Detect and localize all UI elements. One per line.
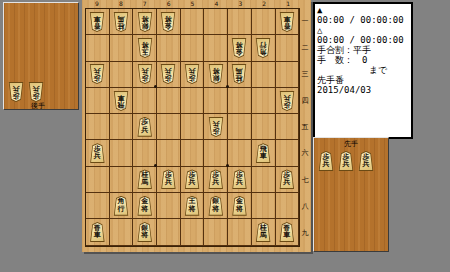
board-cell[interactable]	[86, 114, 110, 140]
piece-gote-pawn[interactable]: 歩 兵	[160, 64, 176, 84]
piece-sente-pawn[interactable]: 歩 兵	[318, 151, 334, 171]
piece-sente-pawn[interactable]: 歩 兵	[338, 151, 354, 171]
piece-sente-pawn[interactable]: 歩 兵	[89, 143, 105, 163]
piece-glyph: 金 将	[141, 198, 148, 213]
board-cell[interactable]	[110, 35, 134, 61]
board-cell[interactable]	[86, 88, 110, 114]
file-label: 5	[181, 0, 205, 8]
sente-hand-pieces: 歩 兵歩 兵歩 兵	[318, 151, 374, 171]
piece-glyph: 桂 馬	[260, 225, 267, 240]
piece-glyph: 歩 兵	[236, 172, 243, 187]
board-cell[interactable]	[157, 88, 181, 114]
sente-clock: 00:00 / 00:00:00	[317, 15, 409, 25]
file-label: 4	[204, 0, 228, 8]
piece-sente-pawn[interactable]: 歩 兵	[208, 169, 224, 189]
board-cell[interactable]	[157, 140, 181, 166]
piece-sente-pawn[interactable]: 歩 兵	[279, 169, 295, 189]
board-cell[interactable]	[157, 35, 181, 61]
board-cell[interactable]: 香 車	[86, 219, 110, 245]
piece-sente-pawn[interactable]: 歩 兵	[137, 117, 153, 137]
hoshi-dot	[154, 164, 157, 167]
board-cell[interactable]	[181, 114, 205, 140]
board-cell[interactable]	[181, 219, 205, 245]
board-cell[interactable]	[228, 114, 252, 140]
piece-gote-pawn[interactable]: 歩 兵	[28, 82, 44, 102]
board-cell[interactable]	[86, 35, 110, 61]
piece-glyph: 銀 将	[212, 198, 219, 213]
gote-hand-tray: 歩 兵歩 兵 後手	[3, 2, 79, 110]
piece-glyph: 歩 兵	[343, 154, 350, 169]
board-cell[interactable]: 桂 馬	[252, 219, 276, 245]
board-cell[interactable]	[276, 140, 300, 166]
file-labels: 987654321	[85, 0, 300, 8]
gote-clock: 00:00 / 00:00:00	[317, 35, 409, 45]
board-cell[interactable]	[276, 62, 300, 88]
board-cell[interactable]	[228, 9, 252, 35]
piece-glyph: 香 車	[94, 225, 101, 240]
piece-glyph: 歩 兵	[283, 93, 290, 108]
board-cell[interactable]: 歩 兵	[157, 167, 181, 193]
board-cell[interactable]: 歩 兵	[204, 167, 228, 193]
board-cell[interactable]: 香 車	[276, 219, 300, 245]
file-label: 8	[109, 0, 133, 8]
board-cell[interactable]: 王 将	[181, 193, 205, 219]
piece-gote-lance[interactable]: 香 車	[279, 12, 295, 32]
rank-label: 八	[299, 193, 311, 219]
piece-glyph: 香 車	[283, 225, 290, 240]
piece-gote-pawn[interactable]: 歩 兵	[137, 64, 153, 84]
board-cell[interactable]	[110, 167, 134, 193]
board-cell[interactable]: 歩 兵	[133, 62, 157, 88]
board-cell[interactable]: 歩 兵	[276, 88, 300, 114]
turn-indicator-line: 先手番	[317, 75, 409, 85]
piece-sente-gold[interactable]: 金 将	[231, 196, 247, 216]
board-cell[interactable]: 香 車	[86, 9, 110, 35]
board-cell[interactable]	[181, 9, 205, 35]
made-line: まで	[317, 65, 409, 75]
board-cell[interactable]: 歩 兵	[181, 62, 205, 88]
board-cell[interactable]: 歩 兵	[86, 62, 110, 88]
board-cell[interactable]: 飛 車	[110, 88, 134, 114]
piece-gote-bishop[interactable]: 角 行	[255, 38, 271, 58]
board-cell[interactable]	[110, 219, 134, 245]
hoshi-dot	[226, 164, 229, 167]
board-cell[interactable]	[181, 140, 205, 166]
board-cell[interactable]: 桂 馬	[133, 167, 157, 193]
board-cell[interactable]	[252, 167, 276, 193]
board-cell[interactable]: 金 将	[228, 193, 252, 219]
hoshi-dot	[226, 85, 229, 88]
piece-gote-pawn[interactable]: 歩 兵	[8, 82, 24, 102]
board-cell[interactable]: 角 行	[110, 193, 134, 219]
piece-sente-rook[interactable]: 飛 車	[255, 143, 271, 163]
board-cell[interactable]	[110, 114, 134, 140]
board-cell[interactable]: 歩 兵	[157, 62, 181, 88]
file-label: 2	[252, 0, 276, 8]
piece-glyph: 歩 兵	[165, 172, 172, 187]
rank-label: 三	[299, 61, 311, 87]
board-cell[interactable]	[252, 114, 276, 140]
piece-glyph: 歩 兵	[141, 67, 148, 82]
board-cell[interactable]: 歩 兵	[86, 140, 110, 166]
board-cell[interactable]: 飛 車	[252, 140, 276, 166]
board-cell[interactable]	[228, 140, 252, 166]
piece-sente-pawn[interactable]: 歩 兵	[358, 151, 374, 171]
piece-glyph: 銀 将	[141, 14, 148, 29]
board-cell[interactable]: 歩 兵	[276, 167, 300, 193]
sente-hand-tray: 先手 歩 兵歩 兵歩 兵	[313, 137, 389, 252]
piece-gote-silver[interactable]: 銀 将	[208, 64, 224, 84]
move-count-line: 手 数： 0	[317, 55, 409, 65]
rank-label: 七	[299, 167, 311, 193]
piece-glyph: 銀 将	[212, 67, 219, 82]
piece-glyph: 歩 兵	[212, 172, 219, 187]
board-cell[interactable]	[133, 140, 157, 166]
rank-label: 九	[299, 220, 311, 246]
piece-sente-king[interactable]: 王 将	[184, 196, 200, 216]
piece-sente-knight[interactable]: 桂 馬	[255, 222, 271, 242]
piece-glyph: 飛 車	[118, 93, 125, 108]
piece-glyph: 銀 将	[141, 225, 148, 240]
piece-sente-lance[interactable]: 香 車	[89, 222, 105, 242]
piece-gote-silver[interactable]: 銀 将	[137, 12, 153, 32]
board-cell[interactable]	[204, 35, 228, 61]
hoshi-dot	[154, 85, 157, 88]
piece-glyph: 歩 兵	[189, 67, 196, 82]
piece-gote-lance[interactable]: 香 車	[89, 12, 105, 32]
board-cell[interactable]	[110, 140, 134, 166]
piece-glyph: 玉 将	[141, 40, 148, 55]
piece-glyph: 桂 馬	[141, 172, 148, 187]
board-cell[interactable]	[86, 167, 110, 193]
piece-glyph: 歩 兵	[189, 172, 196, 187]
piece-sente-pawn[interactable]: 歩 兵	[184, 169, 200, 189]
piece-sente-bishop[interactable]: 角 行	[113, 196, 129, 216]
board-cell[interactable]: 歩 兵	[228, 167, 252, 193]
piece-sente-silver[interactable]: 銀 将	[208, 196, 224, 216]
piece-glyph: 香 車	[283, 14, 290, 29]
board-cell[interactable]	[252, 193, 276, 219]
board-cell[interactable]: 角 行	[252, 35, 276, 61]
board-cell[interactable]	[181, 35, 205, 61]
piece-glyph: 飛 車	[260, 146, 267, 161]
piece-glyph: 王 将	[189, 198, 196, 213]
shogi-app-window: 歩 兵歩 兵 後手 987654321 一二三四五六七八九 香 車桂 馬銀 将金…	[0, 0, 450, 272]
board-cell[interactable]	[228, 88, 252, 114]
piece-gote-gold[interactable]: 金 将	[231, 38, 247, 58]
board-cell[interactable]	[252, 62, 276, 88]
board-cell[interactable]: 桂 馬	[110, 9, 134, 35]
piece-glyph: 歩 兵	[33, 85, 40, 100]
board-cell[interactable]	[204, 9, 228, 35]
piece-glyph: 歩 兵	[165, 67, 172, 82]
piece-sente-knight[interactable]: 桂 馬	[137, 169, 153, 189]
piece-gote-knight[interactable]: 桂 馬	[231, 64, 247, 84]
piece-glyph: 桂 馬	[236, 67, 243, 82]
file-label: 9	[85, 0, 109, 8]
piece-gote-rook[interactable]: 飛 車	[113, 91, 129, 111]
shogi-board: 987654321 一二三四五六七八九 香 車桂 馬銀 将金 将香 車玉 将金 …	[82, 0, 311, 252]
piece-glyph: 歩 兵	[363, 154, 370, 169]
piece-glyph: 金 将	[236, 198, 243, 213]
piece-glyph: 桂 馬	[118, 14, 125, 29]
board-cell[interactable]	[252, 9, 276, 35]
piece-glyph: 歩 兵	[323, 154, 330, 169]
piece-glyph: 歩 兵	[283, 172, 290, 187]
board-cell[interactable]	[157, 219, 181, 245]
piece-glyph: 角 行	[118, 198, 125, 213]
board-cell[interactable]: 銀 将	[204, 193, 228, 219]
board-cell[interactable]: 金 将	[133, 193, 157, 219]
board-cell[interactable]	[110, 62, 134, 88]
board-cell[interactable]: 銀 将	[133, 219, 157, 245]
piece-sente-lance[interactable]: 香 車	[279, 222, 295, 242]
rank-label: 二	[299, 34, 311, 60]
board-cell[interactable]	[204, 88, 228, 114]
piece-gote-pawn[interactable]: 歩 兵	[89, 64, 105, 84]
file-label: 3	[228, 0, 252, 8]
board-cell[interactable]	[276, 193, 300, 219]
piece-glyph: 金 将	[236, 40, 243, 55]
piece-gote-king[interactable]: 玉 将	[137, 38, 153, 58]
piece-gote-pawn[interactable]: 歩 兵	[279, 91, 295, 111]
game-info-panel: ▲ 00:00 / 00:00:00 △ 00:00 / 00:00:00 手合…	[313, 2, 413, 139]
sente-mark: ▲	[317, 5, 409, 15]
piece-glyph: 香 車	[94, 14, 101, 29]
piece-glyph: 歩 兵	[94, 67, 101, 82]
board-cell[interactable]: 金 将	[228, 35, 252, 61]
board-cell[interactable]	[157, 114, 181, 140]
piece-glyph: 歩 兵	[94, 146, 101, 161]
board-cell[interactable]: 銀 将	[133, 9, 157, 35]
piece-sente-gold[interactable]: 金 将	[137, 196, 153, 216]
file-label: 6	[157, 0, 181, 8]
board-cell[interactable]: 玉 将	[133, 35, 157, 61]
handicap-line: 手合割：平手	[317, 45, 409, 55]
file-label: 1	[276, 0, 300, 8]
board-cell[interactable]: 歩 兵	[204, 114, 228, 140]
piece-gote-pawn[interactable]: 歩 兵	[208, 117, 224, 137]
piece-glyph: 角 行	[260, 40, 267, 55]
piece-glyph: 歩 兵	[212, 119, 219, 134]
board-cell[interactable]: 金 将	[157, 9, 181, 35]
board-grid: 香 車桂 馬銀 将金 将香 車玉 将金 将角 行歩 兵歩 兵歩 兵歩 兵銀 将桂…	[85, 8, 300, 247]
piece-sente-pawn[interactable]: 歩 兵	[231, 169, 247, 189]
rank-label: 六	[299, 140, 311, 166]
board-cell[interactable]	[276, 35, 300, 61]
board-cell[interactable]	[133, 88, 157, 114]
gote-mark: △	[317, 25, 409, 35]
piece-gote-gold[interactable]: 金 将	[160, 12, 176, 32]
board-cell[interactable]	[157, 193, 181, 219]
file-label: 7	[133, 0, 157, 8]
board-cell[interactable]	[252, 88, 276, 114]
board-cell[interactable]: 銀 将	[204, 62, 228, 88]
board-cell[interactable]	[204, 219, 228, 245]
board-cell[interactable]	[181, 88, 205, 114]
sente-tray-label: 先手	[314, 139, 388, 149]
board-cell[interactable]: 香 車	[276, 9, 300, 35]
piece-sente-pawn[interactable]: 歩 兵	[160, 169, 176, 189]
board-cell[interactable]: 桂 馬	[228, 62, 252, 88]
board-cell[interactable]	[204, 140, 228, 166]
rank-label: 四	[299, 87, 311, 113]
gote-hand-pieces: 歩 兵歩 兵	[8, 82, 44, 102]
piece-glyph: 歩 兵	[141, 119, 148, 134]
board-cell[interactable]	[276, 114, 300, 140]
board-cell[interactable]	[228, 219, 252, 245]
piece-glyph: 歩 兵	[13, 85, 20, 100]
rank-label: 五	[299, 114, 311, 140]
gote-tray-label: 後手	[1, 101, 75, 111]
board-cell[interactable]: 歩 兵	[181, 167, 205, 193]
piece-glyph: 金 将	[165, 14, 172, 29]
board-cell[interactable]	[86, 193, 110, 219]
piece-gote-knight[interactable]: 桂 馬	[113, 12, 129, 32]
board-cell[interactable]: 歩 兵	[133, 114, 157, 140]
piece-sente-silver[interactable]: 銀 将	[137, 222, 153, 242]
piece-gote-pawn[interactable]: 歩 兵	[184, 64, 200, 84]
rank-labels: 一二三四五六七八九	[299, 8, 311, 246]
rank-label: 一	[299, 8, 311, 34]
date-line: 2015/04/03	[317, 85, 409, 95]
